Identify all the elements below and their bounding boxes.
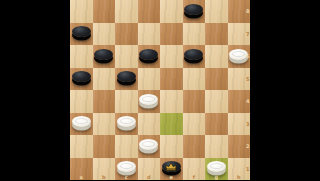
- square-e4: [160, 90, 183, 113]
- square-f8[interactable]: [183, 0, 206, 23]
- square-b4[interactable]: [93, 90, 116, 113]
- square-d3: [138, 113, 161, 136]
- square-d2[interactable]: [138, 135, 161, 158]
- square-g4: [205, 90, 228, 113]
- square-d4[interactable]: [138, 90, 161, 113]
- black-man-c5[interactable]: [117, 71, 136, 82]
- square-c5[interactable]: [115, 68, 138, 91]
- square-f3: [183, 113, 206, 136]
- square-e5[interactable]: [160, 68, 183, 91]
- black-man-b6[interactable]: [94, 49, 113, 60]
- square-h5: [228, 68, 251, 91]
- square-g7[interactable]: [205, 23, 228, 46]
- square-c1[interactable]: [115, 158, 138, 181]
- square-a4: [70, 90, 93, 113]
- black-man-a7[interactable]: [72, 26, 91, 37]
- square-c2: [115, 135, 138, 158]
- square-g6: [205, 45, 228, 68]
- square-f6[interactable]: [183, 45, 206, 68]
- square-a6: [70, 45, 93, 68]
- black-man-f6[interactable]: [184, 49, 203, 60]
- square-g8: [205, 0, 228, 23]
- square-f2[interactable]: [183, 135, 206, 158]
- square-f4[interactable]: [183, 90, 206, 113]
- square-b7: [93, 23, 116, 46]
- square-e3[interactable]: [160, 113, 183, 136]
- square-h1: [228, 158, 251, 181]
- square-a5[interactable]: [70, 68, 93, 91]
- square-a3[interactable]: [70, 113, 93, 136]
- video-frame: abcdefgh87654321: [0, 0, 320, 180]
- square-e2: [160, 135, 183, 158]
- board: abcdefgh87654321: [70, 0, 250, 180]
- square-d6[interactable]: [138, 45, 161, 68]
- square-e6: [160, 45, 183, 68]
- square-d7: [138, 23, 161, 46]
- white-man-a3[interactable]: [72, 116, 91, 127]
- square-g3[interactable]: [205, 113, 228, 136]
- square-c7[interactable]: [115, 23, 138, 46]
- white-man-g1[interactable]: [207, 161, 226, 172]
- square-h8[interactable]: [228, 0, 251, 23]
- square-b2[interactable]: [93, 135, 116, 158]
- square-b6[interactable]: [93, 45, 116, 68]
- square-d8[interactable]: [138, 0, 161, 23]
- square-h6[interactable]: [228, 45, 251, 68]
- square-a7[interactable]: [70, 23, 93, 46]
- square-c6: [115, 45, 138, 68]
- king-crown-icon: [165, 162, 177, 171]
- square-c4: [115, 90, 138, 113]
- square-a2: [70, 135, 93, 158]
- white-man-c3[interactable]: [117, 116, 136, 127]
- black-man-d6[interactable]: [139, 49, 158, 60]
- square-a8: [70, 0, 93, 23]
- white-man-h6[interactable]: [229, 49, 248, 60]
- square-b1: [93, 158, 116, 181]
- square-b8[interactable]: [93, 0, 116, 23]
- square-a1[interactable]: [70, 158, 93, 181]
- square-d1: [138, 158, 161, 181]
- square-e7[interactable]: [160, 23, 183, 46]
- letterbox-left: [0, 0, 70, 180]
- square-h4[interactable]: [228, 90, 251, 113]
- square-g1[interactable]: [205, 158, 228, 181]
- white-man-d2[interactable]: [139, 139, 158, 150]
- black-man-f8[interactable]: [184, 4, 203, 15]
- square-c3[interactable]: [115, 113, 138, 136]
- black-king-e1[interactable]: [162, 161, 181, 172]
- white-man-d4[interactable]: [139, 94, 158, 105]
- square-b5: [93, 68, 116, 91]
- square-e8: [160, 0, 183, 23]
- square-h7: [228, 23, 251, 46]
- square-f1: [183, 158, 206, 181]
- square-g2: [205, 135, 228, 158]
- black-man-a5[interactable]: [72, 71, 91, 82]
- square-e1[interactable]: [160, 158, 183, 181]
- square-f5: [183, 68, 206, 91]
- square-f7: [183, 23, 206, 46]
- white-man-c1[interactable]: [117, 161, 136, 172]
- square-g5[interactable]: [205, 68, 228, 91]
- square-b3: [93, 113, 116, 136]
- square-c8: [115, 0, 138, 23]
- square-h3: [228, 113, 251, 136]
- letterbox-right: [250, 0, 320, 180]
- square-h2[interactable]: [228, 135, 251, 158]
- square-d5: [138, 68, 161, 91]
